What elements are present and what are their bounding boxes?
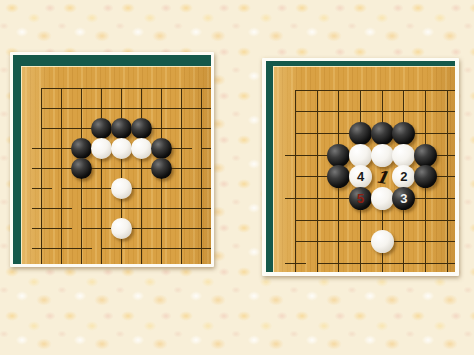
board-intersection bbox=[132, 178, 152, 198]
black-stone bbox=[71, 138, 92, 159]
board-intersection bbox=[52, 198, 72, 218]
board-intersection bbox=[32, 238, 52, 258]
board-intersection bbox=[132, 158, 152, 178]
board-intersection bbox=[371, 253, 393, 272]
board-intersection bbox=[285, 166, 307, 188]
white-stone bbox=[111, 178, 132, 199]
black-stone bbox=[327, 144, 350, 167]
board-intersection bbox=[52, 238, 72, 258]
white-stone bbox=[392, 144, 415, 167]
board-intersection bbox=[172, 218, 192, 238]
black-stone bbox=[392, 122, 415, 145]
board-intersection bbox=[52, 258, 72, 264]
board-intersection bbox=[32, 118, 52, 138]
board-intersection bbox=[350, 253, 372, 272]
board-intersection bbox=[52, 178, 72, 198]
board-intersection bbox=[306, 144, 328, 166]
board-intersection bbox=[393, 231, 415, 253]
board-intersection bbox=[72, 78, 92, 98]
white-stone bbox=[111, 138, 132, 159]
board-intersection bbox=[172, 78, 192, 98]
board-intersection bbox=[172, 178, 192, 198]
white-stone bbox=[111, 218, 132, 239]
board-intersection bbox=[172, 238, 192, 258]
board-intersection bbox=[152, 238, 172, 258]
board-intersection bbox=[285, 79, 307, 101]
board-intersection bbox=[306, 101, 328, 123]
board-intersection bbox=[112, 238, 132, 258]
board-intersection bbox=[306, 123, 328, 145]
board-intersection bbox=[72, 118, 92, 138]
black-stone bbox=[71, 158, 92, 179]
board-intersection bbox=[92, 158, 112, 178]
board-intersection bbox=[152, 78, 172, 98]
board-intersection bbox=[192, 118, 211, 138]
board-intersection bbox=[371, 79, 393, 101]
board-intersection bbox=[32, 158, 52, 178]
board-intersection bbox=[192, 178, 211, 198]
board-intersection bbox=[285, 144, 307, 166]
black-stone bbox=[371, 122, 394, 145]
board-intersection bbox=[132, 78, 152, 98]
goban-wood: 42531 bbox=[273, 66, 455, 272]
board-intersection bbox=[92, 238, 112, 258]
board-intersection bbox=[172, 138, 192, 158]
board-intersection bbox=[436, 231, 455, 253]
board-intersection bbox=[393, 209, 415, 231]
board-intersection bbox=[172, 98, 192, 118]
white-stone-move-4: 4 bbox=[349, 165, 372, 188]
black-stone bbox=[151, 138, 172, 159]
board-intersection bbox=[350, 231, 372, 253]
board-intersection bbox=[192, 98, 211, 118]
board-intersection bbox=[415, 101, 437, 123]
move-number: 3 bbox=[400, 192, 407, 205]
board-intersection bbox=[328, 209, 350, 231]
board-intersection bbox=[192, 258, 211, 264]
white-stone bbox=[371, 144, 394, 167]
board-intersection bbox=[92, 198, 112, 218]
board-intersection bbox=[192, 198, 211, 218]
board-intersection bbox=[52, 98, 72, 118]
board-intersection bbox=[285, 231, 307, 253]
board-intersection bbox=[32, 198, 52, 218]
black-stone bbox=[131, 118, 152, 139]
board-intersection bbox=[32, 178, 52, 198]
board-intersection bbox=[328, 188, 350, 210]
board-intersection bbox=[72, 98, 92, 118]
board-intersection bbox=[132, 238, 152, 258]
board-intersection bbox=[52, 118, 72, 138]
board-intersection bbox=[72, 238, 92, 258]
board-intersection bbox=[285, 101, 307, 123]
right-go-diagram: 42531 bbox=[262, 58, 459, 276]
board-intersection bbox=[112, 98, 132, 118]
board-intersection bbox=[285, 123, 307, 145]
board-intersection bbox=[436, 123, 455, 145]
board-intersection bbox=[92, 218, 112, 238]
board-intersection bbox=[393, 253, 415, 272]
board-intersection bbox=[32, 98, 52, 118]
board-intersection bbox=[306, 231, 328, 253]
board-intersection bbox=[436, 166, 455, 188]
board-intersection bbox=[436, 188, 455, 210]
board-intersection bbox=[132, 218, 152, 238]
board-intersection bbox=[192, 78, 211, 98]
black-stone bbox=[414, 165, 437, 188]
board-intersection bbox=[92, 178, 112, 198]
board-intersection bbox=[172, 258, 192, 264]
board-intersection bbox=[112, 198, 132, 218]
board-intersection bbox=[52, 158, 72, 178]
black-stone bbox=[151, 158, 172, 179]
board-intersection bbox=[192, 218, 211, 238]
board-intersection bbox=[112, 158, 132, 178]
white-stone bbox=[91, 138, 112, 159]
board-intersection bbox=[152, 218, 172, 238]
board-intersection bbox=[328, 79, 350, 101]
black-stone bbox=[414, 144, 437, 167]
black-stone-move-5: 5 bbox=[349, 187, 372, 210]
board-intersection bbox=[306, 253, 328, 272]
board-intersection bbox=[415, 231, 437, 253]
board-intersection bbox=[371, 101, 393, 123]
board-intersection bbox=[72, 218, 92, 238]
black-stone bbox=[327, 165, 350, 188]
board-intersection bbox=[52, 218, 72, 238]
board-intersection bbox=[306, 79, 328, 101]
black-stone bbox=[91, 118, 112, 139]
left-go-diagram bbox=[10, 52, 214, 267]
black-stone bbox=[349, 122, 372, 145]
board-intersection bbox=[192, 138, 211, 158]
board-intersection bbox=[328, 101, 350, 123]
white-stone-move-2: 2 bbox=[392, 165, 415, 188]
board-intersection bbox=[436, 253, 455, 272]
board-intersection bbox=[415, 123, 437, 145]
board-intersection bbox=[172, 158, 192, 178]
white-stone bbox=[131, 138, 152, 159]
board-intersection bbox=[436, 209, 455, 231]
board-intersection bbox=[328, 123, 350, 145]
board-intersection bbox=[72, 198, 92, 218]
wallpaper-background: 42531 bbox=[0, 0, 474, 355]
board-intersection bbox=[92, 258, 112, 264]
board-intersection bbox=[285, 188, 307, 210]
goban-grid-left bbox=[32, 78, 211, 264]
board-intersection bbox=[132, 258, 152, 264]
board-mat bbox=[13, 55, 211, 264]
black-stone bbox=[111, 118, 132, 139]
board-intersection bbox=[415, 79, 437, 101]
board-intersection bbox=[32, 258, 52, 264]
board-intersection bbox=[328, 253, 350, 272]
board-intersection bbox=[152, 258, 172, 264]
board-intersection bbox=[152, 178, 172, 198]
board-intersection bbox=[192, 158, 211, 178]
board-intersection bbox=[436, 101, 455, 123]
board-intersection bbox=[92, 78, 112, 98]
board-mat: 42531 bbox=[266, 61, 455, 272]
board-intersection bbox=[132, 98, 152, 118]
board-intersection bbox=[32, 138, 52, 158]
board-intersection bbox=[32, 218, 52, 238]
board-intersection bbox=[415, 188, 437, 210]
board-intersection bbox=[350, 79, 372, 101]
board-intersection bbox=[393, 79, 415, 101]
move-number: 4 bbox=[357, 170, 364, 183]
board-intersection bbox=[152, 118, 172, 138]
white-stone bbox=[349, 144, 372, 167]
white-stone bbox=[371, 187, 394, 210]
board-intersection bbox=[285, 209, 307, 231]
board-intersection bbox=[52, 138, 72, 158]
board-intersection bbox=[415, 253, 437, 272]
board-intersection bbox=[112, 258, 132, 264]
board-intersection bbox=[415, 209, 437, 231]
board-intersection bbox=[152, 198, 172, 218]
board-intersection bbox=[393, 101, 415, 123]
move-number: 5 bbox=[357, 192, 364, 205]
black-stone-move-3: 3 bbox=[392, 187, 415, 210]
board-intersection bbox=[132, 198, 152, 218]
captured-stone-number: 1 bbox=[375, 166, 390, 188]
board-intersection bbox=[371, 209, 393, 231]
board-intersection bbox=[172, 198, 192, 218]
board-intersection bbox=[328, 231, 350, 253]
board-intersection bbox=[192, 238, 211, 258]
board-intersection bbox=[306, 209, 328, 231]
board-intersection bbox=[285, 253, 307, 272]
board-intersection bbox=[436, 79, 455, 101]
board-intersection bbox=[306, 166, 328, 188]
board-intersection bbox=[152, 98, 172, 118]
board-intersection bbox=[350, 209, 372, 231]
board-intersection bbox=[92, 98, 112, 118]
board-intersection bbox=[52, 78, 72, 98]
move-number: 2 bbox=[400, 170, 407, 183]
white-stone bbox=[371, 230, 394, 253]
board-intersection bbox=[72, 258, 92, 264]
goban-wood bbox=[21, 66, 211, 264]
board-intersection bbox=[112, 78, 132, 98]
board-intersection bbox=[72, 178, 92, 198]
board-intersection bbox=[436, 144, 455, 166]
board-intersection bbox=[32, 78, 52, 98]
goban-grid-right: 42531 bbox=[285, 79, 455, 272]
board-intersection bbox=[350, 101, 372, 123]
board-intersection bbox=[172, 118, 192, 138]
board-intersection bbox=[306, 188, 328, 210]
